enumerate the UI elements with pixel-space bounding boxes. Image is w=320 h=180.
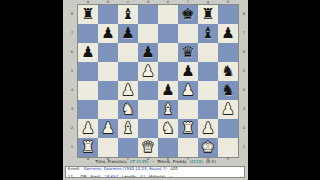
piece-black-rook: ♜ <box>201 5 214 24</box>
piece-white-pawn: ♟ <box>181 81 194 100</box>
piece-black-bishop: ♝ <box>201 24 214 43</box>
rank-label-4: 4 <box>70 85 74 95</box>
square-c2[interactable]: ♝ <box>118 119 138 138</box>
rank-labels-left: 87654321 <box>68 5 76 157</box>
square-d3[interactable] <box>138 100 158 119</box>
square-g6[interactable] <box>198 43 218 62</box>
square-c4[interactable]: ♟ <box>118 81 138 100</box>
rank-labels-right: 87654321 <box>240 5 248 157</box>
square-h5[interactable]: ♞ <box>218 62 238 81</box>
square-a2[interactable]: ♟ <box>78 119 98 138</box>
next-move-link[interactable]: 18.Kh2 <box>105 175 119 178</box>
square-h7[interactable]: ♟ <box>218 24 238 43</box>
square-d6[interactable]: ♟ <box>138 43 158 62</box>
piece-black-pawn: ♟ <box>181 62 194 81</box>
square-d2[interactable] <box>138 119 158 138</box>
chess-app-panel: abcdefgh 87654321 ♜♝♚♜♟♟♝♟♟♟♛♟♟♞♟♟♟♞♞♝♟♟… <box>63 0 248 180</box>
square-b1[interactable] <box>98 138 118 157</box>
rank-label-3: 3 <box>70 104 74 114</box>
square-d4[interactable] <box>138 81 158 100</box>
rank-label-2: 2 <box>70 123 74 133</box>
square-g8[interactable]: ♜ <box>198 5 218 24</box>
piece-black-pawn: ♟ <box>221 24 234 43</box>
square-f5[interactable]: ♟ <box>178 62 198 81</box>
square-c3[interactable]: ♞ <box>118 100 138 119</box>
square-g5[interactable] <box>198 62 218 81</box>
square-e5[interactable] <box>158 62 178 81</box>
square-h4[interactable]: ♞ <box>218 81 238 100</box>
game-info-box: Event: Sanremo, Sanremo (1930.10.23, Rou… <box>65 166 245 178</box>
square-e2[interactable]: ♞ <box>158 119 178 138</box>
square-g4[interactable] <box>198 81 218 100</box>
rank-label-1: 1 <box>242 142 246 152</box>
square-b2[interactable]: ♟ <box>98 119 118 138</box>
square-b7[interactable]: ♟ <box>98 24 118 43</box>
square-a7[interactable] <box>78 24 98 43</box>
square-d5[interactable]: ♟ <box>138 62 158 81</box>
square-d7[interactable] <box>138 24 158 43</box>
piece-white-pawn: ♟ <box>101 119 114 138</box>
piece-white-knight: ♞ <box>161 119 174 138</box>
event-link[interactable]: Sanremo, Sanremo (1930.10.23, Round 7) <box>84 167 167 171</box>
square-e1[interactable] <box>158 138 178 157</box>
piece-white-rook: ♜ <box>181 119 194 138</box>
length-label: Length: <box>122 175 137 178</box>
event-label: Event: <box>68 167 81 171</box>
rank-label-8: 8 <box>70 9 74 19</box>
black-player-rating: (2215) <box>189 159 203 164</box>
piece-white-king: ♚ <box>201 138 214 157</box>
piece-white-queen: ♛ <box>141 138 154 157</box>
square-h8[interactable] <box>218 5 238 24</box>
material-label: Material: <box>149 175 166 178</box>
square-g2[interactable]: ♟ <box>198 119 218 138</box>
square-b3[interactable] <box>98 100 118 119</box>
square-c1[interactable] <box>118 138 138 157</box>
square-e7[interactable] <box>158 24 178 43</box>
piece-white-bishop: ♝ <box>121 119 134 138</box>
material-value: = <box>169 175 172 178</box>
rank-label-2: 2 <box>242 123 246 133</box>
square-b8[interactable] <box>98 5 118 24</box>
square-h3[interactable]: ♟ <box>218 100 238 119</box>
square-c8[interactable]: ♝ <box>118 5 138 24</box>
square-a3[interactable] <box>78 100 98 119</box>
square-e8[interactable] <box>158 5 178 24</box>
eco-code: A20 <box>170 167 178 171</box>
next-label: Next: <box>91 175 101 178</box>
square-f1[interactable] <box>178 138 198 157</box>
rank-label-3: 3 <box>242 104 246 114</box>
file-label-a: a <box>83 1 94 4</box>
square-g3[interactable] <box>198 100 218 119</box>
piece-black-pawn: ♟ <box>101 24 114 43</box>
square-e3[interactable]: ♝ <box>158 100 178 119</box>
piece-white-knight: ♞ <box>121 100 134 119</box>
square-h6[interactable] <box>218 43 238 62</box>
square-c7[interactable]: ♟ <box>118 24 138 43</box>
file-label-f: f <box>183 1 194 4</box>
file-label-d: d <box>143 1 154 4</box>
game-header: Timo, Francisco (IT 2145) -- Tehnik, Fre… <box>79 160 233 164</box>
square-a5[interactable] <box>78 62 98 81</box>
white-player-name: Timo, Francisco <box>95 159 126 164</box>
square-b6[interactable] <box>98 43 118 62</box>
piece-black-queen: ♛ <box>181 43 194 62</box>
square-a6[interactable]: ♟ <box>78 43 98 62</box>
piece-black-pawn: ♟ <box>141 43 154 62</box>
square-a4[interactable] <box>78 81 98 100</box>
piece-white-pawn: ♟ <box>141 62 154 81</box>
piece-black-bishop: ♝ <box>121 5 134 24</box>
file-label-c: c <box>123 1 134 4</box>
square-g1[interactable]: ♚ <box>198 138 218 157</box>
white-player-rating: (IT 2145) <box>130 159 148 164</box>
length-value: 67 <box>140 175 145 178</box>
square-f7[interactable] <box>178 24 198 43</box>
piece-white-pawn: ♟ <box>121 81 134 100</box>
piece-black-knight: ♞ <box>221 81 234 100</box>
file-label-g: g <box>203 1 214 4</box>
game-result: (0-1) <box>206 159 216 164</box>
square-f4[interactable]: ♟ <box>178 81 198 100</box>
piece-black-rook: ♜ <box>81 5 94 24</box>
square-b5[interactable] <box>98 62 118 81</box>
square-f3[interactable] <box>178 100 198 119</box>
piece-white-pawn: ♟ <box>81 119 94 138</box>
rank-label-8: 8 <box>242 9 246 19</box>
piece-black-pawn: ♟ <box>121 24 134 43</box>
square-e4[interactable]: ♟ <box>158 81 178 100</box>
square-g7[interactable]: ♝ <box>198 24 218 43</box>
piece-black-king: ♚ <box>181 5 194 24</box>
square-f6[interactable]: ♛ <box>178 43 198 62</box>
rank-label-7: 7 <box>70 28 74 38</box>
square-d1[interactable]: ♛ <box>138 138 158 157</box>
video-frame: abcdefgh 87654321 ♜♝♚♜♟♟♝♟♟♟♛♟♟♞♟♟♟♞♞♝♟♟… <box>0 0 320 180</box>
rank-label-1: 1 <box>70 142 74 152</box>
piece-white-pawn: ♟ <box>201 119 214 138</box>
square-f2[interactable]: ♜ <box>178 119 198 138</box>
piece-white-pawn: ♟ <box>221 100 234 119</box>
versus-separator: -- <box>151 159 154 164</box>
event-line: Event: Sanremo, Sanremo (1930.10.23, Rou… <box>66 167 245 171</box>
square-h1[interactable] <box>218 138 238 157</box>
square-c5[interactable] <box>118 62 138 81</box>
rank-label-7: 7 <box>242 28 246 38</box>
square-c6[interactable] <box>118 43 138 62</box>
square-b4[interactable] <box>98 81 118 100</box>
black-player-name: Tehnik, Freddy <box>157 159 186 164</box>
move-info-line: 17. ... Qf6 Next: 18.Kh2 Length: 67 Mate… <box>66 175 245 178</box>
piece-white-rook: ♜ <box>81 138 94 157</box>
piece-black-pawn: ♟ <box>81 43 94 62</box>
rank-label-6: 6 <box>242 47 246 57</box>
rank-label-4: 4 <box>242 85 246 95</box>
square-e6[interactable] <box>158 43 178 62</box>
piece-white-bishop: ♝ <box>161 100 174 119</box>
rank-label-6: 6 <box>70 47 74 57</box>
square-d8[interactable] <box>138 5 158 24</box>
file-label-h: h <box>223 1 234 4</box>
file-label-b: b <box>103 1 114 4</box>
rank-label-5: 5 <box>242 66 246 76</box>
square-h2[interactable] <box>218 119 238 138</box>
chess-board: ♜♝♚♜♟♟♝♟♟♟♛♟♟♞♟♟♟♞♞♝♟♟♟♝♞♜♟♜♛♚ <box>78 5 238 157</box>
square-a8[interactable]: ♜ <box>78 5 98 24</box>
square-f8[interactable]: ♚ <box>178 5 198 24</box>
last-move: 17. ... Qf6 <box>68 175 87 178</box>
piece-black-pawn: ♟ <box>161 81 174 100</box>
piece-black-knight: ♞ <box>221 62 234 81</box>
rank-label-5: 5 <box>70 66 74 76</box>
file-label-e: e <box>163 1 174 4</box>
square-a1[interactable]: ♜ <box>78 138 98 157</box>
